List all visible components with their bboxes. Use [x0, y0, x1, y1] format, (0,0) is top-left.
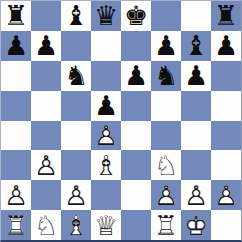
square-b6[interactable] [31, 61, 61, 91]
piece-black-bishop: ♝︎ [61, 1, 91, 31]
square-h2[interactable]: ♟︎♙︎ [211, 180, 241, 210]
square-e3[interactable] [121, 150, 151, 180]
square-c4[interactable] [61, 121, 91, 151]
square-e5[interactable] [121, 91, 151, 121]
square-c1[interactable]: ♝︎♗︎ [61, 210, 91, 240]
square-f4[interactable] [151, 121, 181, 151]
square-h3[interactable] [211, 150, 241, 180]
square-h8[interactable]: ♜︎ [211, 1, 241, 31]
square-b1[interactable]: ♞︎♘︎ [31, 210, 61, 240]
square-f2[interactable]: ♟︎♙︎ [151, 180, 181, 210]
piece-white-pawn: ♟︎♙︎ [211, 180, 241, 210]
piece-white-knight: ♞︎♘︎ [31, 210, 61, 240]
piece-white-pawn: ♟︎♙︎ [181, 180, 211, 210]
piece-black-pawn: ♟︎ [121, 61, 151, 91]
square-f1[interactable]: ♜︎♖︎ [151, 210, 181, 240]
black-piece-glyph: ♚︎ [121, 1, 151, 31]
white-piece-outline: ♙︎ [151, 180, 181, 210]
piece-white-queen: ♛︎♕︎ [91, 210, 121, 240]
square-g7[interactable]: ♝︎ [181, 31, 211, 61]
square-f3[interactable]: ♞︎♘︎ [151, 150, 181, 180]
chess-board-frame: ♜︎♝︎♛︎♚︎♜︎♟︎♟︎♟︎♝︎♟︎♞︎♟︎♞︎♟︎♟︎♟︎♙︎♟︎♙︎♝︎… [0, 0, 242, 242]
square-b7[interactable]: ♟︎ [31, 31, 61, 61]
square-f7[interactable]: ♟︎ [151, 31, 181, 61]
piece-black-king: ♚︎ [121, 1, 151, 31]
square-c3[interactable] [61, 150, 91, 180]
piece-black-bishop: ♝︎ [181, 31, 211, 61]
piece-white-bishop: ♝︎♗︎ [61, 210, 91, 240]
piece-black-knight: ♞︎ [61, 61, 91, 91]
square-a8[interactable]: ♜︎ [1, 1, 31, 31]
square-a6[interactable] [1, 61, 31, 91]
square-b5[interactable] [31, 91, 61, 121]
black-piece-glyph: ♝︎ [61, 1, 91, 31]
piece-black-pawn: ♟︎ [1, 31, 31, 61]
square-h7[interactable]: ♟︎ [211, 31, 241, 61]
piece-black-pawn: ♟︎ [181, 61, 211, 91]
square-g1[interactable]: ♚︎♔︎ [181, 210, 211, 240]
black-piece-glyph: ♝︎ [181, 31, 211, 61]
square-d2[interactable] [91, 180, 121, 210]
black-piece-glyph: ♟︎ [1, 31, 31, 61]
square-e7[interactable] [121, 31, 151, 61]
square-a1[interactable]: ♜︎♖︎ [1, 210, 31, 240]
white-piece-outline: ♕︎ [91, 210, 121, 240]
piece-white-rook: ♜︎♖︎ [151, 210, 181, 240]
piece-black-rook: ♜︎ [211, 1, 241, 31]
black-piece-glyph: ♞︎ [151, 61, 181, 91]
piece-black-pawn: ♟︎ [31, 31, 61, 61]
square-a7[interactable]: ♟︎ [1, 31, 31, 61]
piece-white-rook: ♜︎♖︎ [1, 210, 31, 240]
square-g8[interactable] [181, 1, 211, 31]
piece-white-bishop: ♝︎♗︎ [91, 150, 121, 180]
piece-black-knight: ♞︎ [151, 61, 181, 91]
square-c7[interactable] [61, 31, 91, 61]
black-piece-glyph: ♟︎ [31, 31, 61, 61]
square-e1[interactable] [121, 210, 151, 240]
black-piece-glyph: ♟︎ [211, 31, 241, 61]
square-c5[interactable] [61, 91, 91, 121]
black-piece-glyph: ♟︎ [91, 91, 121, 121]
black-piece-glyph: ♟︎ [181, 61, 211, 91]
chess-board: ♜︎♝︎♛︎♚︎♜︎♟︎♟︎♟︎♝︎♟︎♞︎♟︎♞︎♟︎♟︎♟︎♙︎♟︎♙︎♝︎… [1, 1, 241, 240]
black-piece-glyph: ♟︎ [151, 31, 181, 61]
white-piece-outline: ♔︎ [181, 210, 211, 240]
square-f8[interactable] [151, 1, 181, 31]
square-d7[interactable] [91, 31, 121, 61]
white-piece-outline: ♘︎ [31, 210, 61, 240]
black-piece-glyph: ♜︎ [211, 1, 241, 31]
square-c8[interactable]: ♝︎ [61, 1, 91, 31]
square-b3[interactable]: ♟︎♙︎ [31, 150, 61, 180]
square-a4[interactable] [1, 121, 31, 151]
square-b8[interactable] [31, 1, 61, 31]
black-piece-glyph: ♜︎ [1, 1, 31, 31]
square-c2[interactable]: ♟︎♙︎ [61, 180, 91, 210]
square-f6[interactable]: ♞︎ [151, 61, 181, 91]
square-g5[interactable] [181, 91, 211, 121]
square-d3[interactable]: ♝︎♗︎ [91, 150, 121, 180]
black-piece-glyph: ♛︎ [91, 1, 121, 31]
piece-white-king: ♚︎♔︎ [181, 210, 211, 240]
square-e8[interactable]: ♚︎ [121, 1, 151, 31]
piece-white-pawn: ♟︎♙︎ [61, 180, 91, 210]
piece-white-pawn: ♟︎♙︎ [1, 180, 31, 210]
square-d5[interactable]: ♟︎ [91, 91, 121, 121]
square-d4[interactable]: ♟︎♙︎ [91, 121, 121, 151]
white-piece-outline: ♖︎ [1, 210, 31, 240]
square-h1[interactable] [211, 210, 241, 240]
white-piece-outline: ♘︎ [151, 150, 181, 180]
square-d1[interactable]: ♛︎♕︎ [91, 210, 121, 240]
square-d8[interactable]: ♛︎ [91, 1, 121, 31]
white-piece-outline: ♖︎ [151, 210, 181, 240]
square-g6[interactable]: ♟︎ [181, 61, 211, 91]
square-h5[interactable] [211, 91, 241, 121]
square-b4[interactable] [31, 121, 61, 151]
square-h4[interactable] [211, 121, 241, 151]
piece-white-knight: ♞︎♘︎ [151, 150, 181, 180]
piece-black-queen: ♛︎ [91, 1, 121, 31]
square-e4[interactable] [121, 121, 151, 151]
square-a3[interactable] [1, 150, 31, 180]
white-piece-outline: ♙︎ [1, 180, 31, 210]
piece-white-pawn: ♟︎♙︎ [31, 150, 61, 180]
piece-black-pawn: ♟︎ [151, 31, 181, 61]
white-piece-outline: ♙︎ [31, 150, 61, 180]
square-g4[interactable] [181, 121, 211, 151]
white-piece-outline: ♙︎ [211, 180, 241, 210]
square-e6[interactable]: ♟︎ [121, 61, 151, 91]
square-g3[interactable] [181, 150, 211, 180]
square-e2[interactable] [121, 180, 151, 210]
square-a5[interactable] [1, 91, 31, 121]
white-piece-outline: ♗︎ [91, 150, 121, 180]
white-piece-outline: ♙︎ [91, 121, 121, 151]
square-a2[interactable]: ♟︎♙︎ [1, 180, 31, 210]
square-g2[interactable]: ♟︎♙︎ [181, 180, 211, 210]
square-h6[interactable] [211, 61, 241, 91]
black-piece-glyph: ♟︎ [121, 61, 151, 91]
piece-black-pawn: ♟︎ [91, 91, 121, 121]
square-f5[interactable] [151, 91, 181, 121]
black-piece-glyph: ♞︎ [61, 61, 91, 91]
piece-black-pawn: ♟︎ [211, 31, 241, 61]
white-piece-outline: ♙︎ [181, 180, 211, 210]
white-piece-outline: ♙︎ [61, 180, 91, 210]
square-b2[interactable] [31, 180, 61, 210]
white-piece-outline: ♗︎ [61, 210, 91, 240]
square-c6[interactable]: ♞︎ [61, 61, 91, 91]
piece-white-pawn: ♟︎♙︎ [91, 121, 121, 151]
piece-white-pawn: ♟︎♙︎ [151, 180, 181, 210]
piece-black-rook: ♜︎ [1, 1, 31, 31]
square-d6[interactable] [91, 61, 121, 91]
